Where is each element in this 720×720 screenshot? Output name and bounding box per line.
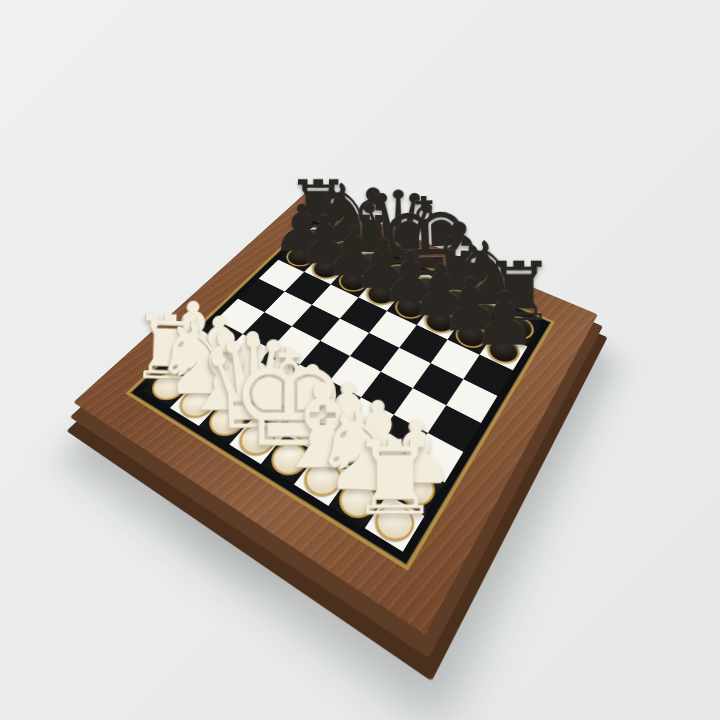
- piece-glyph: ♟: [471, 282, 537, 356]
- square-h1[interactable]: ♜: [365, 494, 425, 551]
- scene: ♜♞♝♛♚♝♞♜♟♟♟♟♟♟♟♟♟♟♟♟♟♟♟♟♜♞♝♛♚♝♞♜: [0, 0, 720, 720]
- square-h7[interactable]: ♟: [480, 332, 528, 371]
- piece-glyph: ♜: [349, 427, 441, 529]
